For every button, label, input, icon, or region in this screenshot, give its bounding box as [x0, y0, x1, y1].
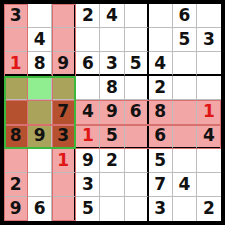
cell-r3c3[interactable]: 9 — [52, 52, 76, 76]
cell-r4c2[interactable] — [28, 76, 52, 100]
cell-r3c5[interactable]: 3 — [100, 52, 124, 76]
cell-r1c7[interactable] — [149, 4, 173, 28]
cell-r1c3[interactable] — [52, 4, 76, 28]
cell-r5c1[interactable] — [4, 100, 28, 124]
cell-r1c6[interactable] — [125, 4, 149, 28]
cell-r6c2[interactable]: 9 — [28, 125, 52, 149]
cell-r8c5[interactable] — [100, 173, 124, 197]
cell-r6c3[interactable]: 3 — [52, 125, 76, 149]
cell-r1c1[interactable]: 3 — [4, 4, 28, 28]
cell-r4c4[interactable] — [76, 76, 100, 100]
cell-r8c7[interactable]: 7 — [149, 173, 173, 197]
cell-r3c4[interactable]: 6 — [76, 52, 100, 76]
cell-r7c9[interactable] — [197, 149, 221, 173]
cell-r5c8[interactable] — [173, 100, 197, 124]
cell-r9c2[interactable]: 6 — [28, 197, 52, 221]
cell-r4c7[interactable]: 2 — [149, 76, 173, 100]
cell-r2c4[interactable] — [76, 28, 100, 52]
cell-r6c4[interactable]: 1 — [76, 125, 100, 149]
cell-r1c4[interactable]: 2 — [76, 4, 100, 28]
cell-r3c8[interactable] — [173, 52, 197, 76]
cell-r2c8[interactable]: 5 — [173, 28, 197, 52]
cell-r8c4[interactable]: 3 — [76, 173, 100, 197]
cell-r1c8[interactable]: 6 — [173, 4, 197, 28]
cell-r7c3[interactable]: 1 — [52, 149, 76, 173]
cell-r6c8[interactable] — [173, 125, 197, 149]
cell-r5c9[interactable]: 1 — [197, 100, 221, 124]
cell-r2c6[interactable] — [125, 28, 149, 52]
cell-r3c9[interactable] — [197, 52, 221, 76]
cell-r2c3[interactable] — [52, 28, 76, 52]
cell-r6c6[interactable] — [125, 125, 149, 149]
cell-r8c8[interactable]: 4 — [173, 173, 197, 197]
cell-r5c4[interactable]: 4 — [76, 100, 100, 124]
cell-r7c6[interactable] — [125, 149, 149, 173]
cell-r5c6[interactable]: 6 — [125, 100, 149, 124]
cell-r1c5[interactable]: 4 — [100, 4, 124, 28]
cell-r8c2[interactable] — [28, 173, 52, 197]
cell-r6c7[interactable]: 6 — [149, 125, 173, 149]
cell-r3c1[interactable]: 1 — [4, 52, 28, 76]
cell-r8c9[interactable] — [197, 173, 221, 197]
cell-r2c9[interactable]: 3 — [197, 28, 221, 52]
cell-r7c2[interactable] — [28, 149, 52, 173]
cell-r7c8[interactable] — [173, 149, 197, 173]
cell-r5c5[interactable]: 9 — [100, 100, 124, 124]
cell-r3c7[interactable]: 4 — [149, 52, 173, 76]
cell-r6c5[interactable]: 5 — [100, 125, 124, 149]
cell-r8c6[interactable] — [125, 173, 149, 197]
cell-r7c4[interactable]: 9 — [76, 149, 100, 173]
cell-r2c2[interactable]: 4 — [28, 28, 52, 52]
cell-r4c1[interactable] — [4, 76, 28, 100]
cell-r4c5[interactable]: 8 — [100, 76, 124, 100]
cell-r7c5[interactable]: 2 — [100, 149, 124, 173]
cell-r5c2[interactable] — [28, 100, 52, 124]
cell-r9c3[interactable] — [52, 197, 76, 221]
cell-r5c7[interactable]: 8 — [149, 100, 173, 124]
cell-r9c8[interactable] — [173, 197, 197, 221]
cell-r9c6[interactable] — [125, 197, 149, 221]
cell-r4c6[interactable] — [125, 76, 149, 100]
cell-r3c6[interactable]: 5 — [125, 52, 149, 76]
cell-r4c3[interactable] — [52, 76, 76, 100]
cell-r5c3[interactable]: 7 — [52, 100, 76, 124]
cell-r2c5[interactable] — [100, 28, 124, 52]
cell-r9c5[interactable] — [100, 197, 124, 221]
cell-r9c4[interactable]: 5 — [76, 197, 100, 221]
cell-r8c3[interactable] — [52, 173, 76, 197]
cell-r3c2[interactable]: 8 — [28, 52, 52, 76]
cell-r7c1[interactable] — [4, 149, 28, 173]
cell-r1c9[interactable] — [197, 4, 221, 28]
cell-r2c1[interactable] — [4, 28, 28, 52]
cell-r9c7[interactable]: 3 — [149, 197, 173, 221]
cell-r6c1[interactable]: 8 — [4, 125, 28, 149]
cell-r1c2[interactable] — [28, 4, 52, 28]
cell-r4c9[interactable] — [197, 76, 221, 100]
cell-r6c9[interactable]: 4 — [197, 125, 221, 149]
cell-r7c7[interactable]: 5 — [149, 149, 173, 173]
cell-r9c9[interactable]: 2 — [197, 197, 221, 221]
cell-r8c1[interactable]: 2 — [4, 173, 28, 197]
cell-r2c7[interactable] — [149, 28, 173, 52]
cell-r9c1[interactable]: 9 — [4, 197, 28, 221]
sudoku-board-frame: 3246453189635482749681893156419252374965… — [0, 0, 225, 225]
cell-r4c8[interactable] — [173, 76, 197, 100]
sudoku-grid: 3246453189635482749681893156419252374965… — [4, 4, 221, 221]
